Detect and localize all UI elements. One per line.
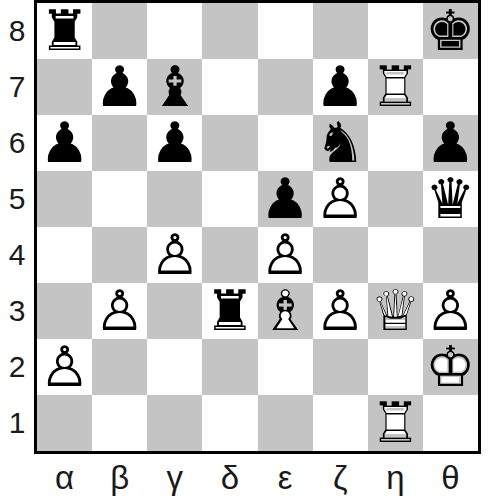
piece-glyph: ♟ bbox=[313, 59, 368, 115]
piece-glyph: ♛ bbox=[423, 171, 478, 227]
rank-label-1: 1 bbox=[0, 395, 34, 451]
piece-fill-layer: ♛ bbox=[368, 283, 423, 339]
chess-board: ♜♚♟♝♟♜♖♟♟♞♟♟♟♙♛♟♙♟♙♟♙♜♝♗♟♙♛♕♟♙♟♙♚♔♜♖ bbox=[34, 0, 481, 454]
square-ζ5[interactable]: ♟♙ bbox=[313, 171, 368, 227]
piece-white-pawn: ♟♙ bbox=[313, 283, 368, 339]
rank-label-3: 3 bbox=[0, 283, 34, 339]
piece-fill-layer: ♜ bbox=[368, 59, 423, 115]
square-ζ1[interactable] bbox=[313, 395, 368, 451]
square-θ8[interactable]: ♚ bbox=[423, 3, 478, 59]
piece-white-pawn: ♟♙ bbox=[258, 227, 313, 283]
piece-glyph: ♝ bbox=[147, 59, 202, 115]
corner-spacer bbox=[0, 454, 34, 501]
square-δ6[interactable] bbox=[202, 115, 257, 171]
rank-label-8: 8 bbox=[0, 3, 34, 59]
file-label-δ: δ bbox=[202, 456, 257, 500]
piece-black-king: ♚ bbox=[423, 3, 478, 59]
piece-black-pawn: ♟ bbox=[423, 115, 478, 171]
square-δ5[interactable] bbox=[202, 171, 257, 227]
square-β7[interactable]: ♟ bbox=[92, 59, 147, 115]
piece-white-pawn: ♟♙ bbox=[92, 283, 147, 339]
square-δ3[interactable]: ♜ bbox=[202, 283, 257, 339]
piece-black-rook: ♜ bbox=[37, 3, 92, 59]
piece-black-pawn: ♟ bbox=[92, 59, 147, 115]
piece-white-pawn: ♟♙ bbox=[423, 283, 478, 339]
piece-white-rook: ♜♖ bbox=[368, 395, 423, 451]
square-γ3[interactable] bbox=[147, 283, 202, 339]
square-θ4[interactable] bbox=[423, 227, 478, 283]
piece-glyph: ♙ bbox=[313, 171, 368, 227]
square-η5[interactable] bbox=[368, 171, 423, 227]
square-ζ2[interactable] bbox=[313, 339, 368, 395]
square-ε6[interactable] bbox=[258, 115, 313, 171]
piece-fill-layer: ♚ bbox=[423, 339, 478, 395]
piece-fill-layer: ♟ bbox=[258, 227, 313, 283]
piece-black-bishop: ♝ bbox=[147, 59, 202, 115]
file-label-ε: ε bbox=[258, 456, 313, 500]
square-β2[interactable] bbox=[92, 339, 147, 395]
piece-black-pawn: ♟ bbox=[37, 115, 92, 171]
square-η2[interactable] bbox=[368, 339, 423, 395]
square-δ4[interactable] bbox=[202, 227, 257, 283]
piece-white-pawn: ♟♙ bbox=[37, 339, 92, 395]
square-α8[interactable]: ♜ bbox=[37, 3, 92, 59]
square-α7[interactable] bbox=[37, 59, 92, 115]
piece-glyph: ♟ bbox=[147, 115, 202, 171]
piece-glyph: ♙ bbox=[37, 339, 92, 395]
square-α5[interactable] bbox=[37, 171, 92, 227]
file-label-ζ: ζ bbox=[313, 456, 368, 500]
piece-glyph: ♗ bbox=[258, 283, 313, 339]
square-β3[interactable]: ♟♙ bbox=[92, 283, 147, 339]
piece-glyph: ♙ bbox=[147, 227, 202, 283]
piece-glyph: ♜ bbox=[37, 3, 92, 59]
piece-black-pawn: ♟ bbox=[147, 115, 202, 171]
file-label-η: η bbox=[368, 456, 423, 500]
square-δ2[interactable] bbox=[202, 339, 257, 395]
square-ζ3[interactable]: ♟♙ bbox=[313, 283, 368, 339]
square-α4[interactable] bbox=[37, 227, 92, 283]
rank-label-5: 5 bbox=[0, 171, 34, 227]
square-γ5[interactable] bbox=[147, 171, 202, 227]
rank-label-2: 2 bbox=[0, 339, 34, 395]
square-ζ4[interactable] bbox=[313, 227, 368, 283]
square-γ6[interactable]: ♟ bbox=[147, 115, 202, 171]
square-γ1[interactable] bbox=[147, 395, 202, 451]
square-γ2[interactable] bbox=[147, 339, 202, 395]
square-δ7[interactable] bbox=[202, 59, 257, 115]
square-α3[interactable] bbox=[37, 283, 92, 339]
piece-white-pawn: ♟♙ bbox=[313, 171, 368, 227]
piece-white-pawn: ♟♙ bbox=[147, 227, 202, 283]
piece-white-king: ♚♔ bbox=[423, 339, 478, 395]
piece-glyph: ♙ bbox=[92, 283, 147, 339]
rank-label-7: 7 bbox=[0, 59, 34, 115]
piece-black-queen: ♛ bbox=[423, 171, 478, 227]
file-labels: αβγδεζηθ bbox=[34, 454, 481, 501]
square-β8[interactable] bbox=[92, 3, 147, 59]
square-δ8[interactable] bbox=[202, 3, 257, 59]
piece-glyph: ♟ bbox=[37, 115, 92, 171]
piece-glyph: ♜ bbox=[202, 283, 257, 339]
piece-glyph: ♔ bbox=[423, 339, 478, 395]
square-ε5[interactable]: ♟ bbox=[258, 171, 313, 227]
file-label-γ: γ bbox=[147, 456, 202, 500]
piece-white-rook: ♜♖ bbox=[368, 59, 423, 115]
rank-labels: 87654321 bbox=[0, 0, 34, 454]
piece-glyph: ♚ bbox=[423, 3, 478, 59]
piece-black-knight: ♞ bbox=[313, 115, 368, 171]
file-label-α: α bbox=[37, 456, 92, 500]
square-η4[interactable] bbox=[368, 227, 423, 283]
square-β4[interactable] bbox=[92, 227, 147, 283]
square-θ6[interactable]: ♟ bbox=[423, 115, 478, 171]
square-θ2[interactable]: ♚♔ bbox=[423, 339, 478, 395]
square-β1[interactable] bbox=[92, 395, 147, 451]
piece-fill-layer: ♟ bbox=[423, 283, 478, 339]
piece-glyph: ♙ bbox=[258, 227, 313, 283]
square-ε3[interactable]: ♝♗ bbox=[258, 283, 313, 339]
square-β5[interactable] bbox=[92, 171, 147, 227]
piece-glyph: ♙ bbox=[313, 283, 368, 339]
piece-glyph: ♕ bbox=[368, 283, 423, 339]
square-η3[interactable]: ♛♕ bbox=[368, 283, 423, 339]
square-θ7[interactable] bbox=[423, 59, 478, 115]
piece-glyph: ♟ bbox=[92, 59, 147, 115]
square-ε7[interactable] bbox=[258, 59, 313, 115]
piece-black-pawn: ♟ bbox=[258, 171, 313, 227]
square-α2[interactable]: ♟♙ bbox=[37, 339, 92, 395]
square-θ3[interactable]: ♟♙ bbox=[423, 283, 478, 339]
chess-diagram: 87654321 ♜♚♟♝♟♜♖♟♟♞♟♟♟♙♛♟♙♟♙♟♙♜♝♗♟♙♛♕♟♙♟… bbox=[0, 0, 500, 501]
square-θ1[interactable] bbox=[423, 395, 478, 451]
file-label-β: β bbox=[92, 456, 147, 500]
piece-glyph: ♖ bbox=[368, 59, 423, 115]
square-ζ8[interactable] bbox=[313, 3, 368, 59]
square-β6[interactable] bbox=[92, 115, 147, 171]
square-η7[interactable]: ♜♖ bbox=[368, 59, 423, 115]
piece-fill-layer: ♟ bbox=[313, 171, 368, 227]
rank-label-4: 4 bbox=[0, 227, 34, 283]
piece-glyph: ♟ bbox=[258, 171, 313, 227]
piece-fill-layer: ♟ bbox=[147, 227, 202, 283]
square-δ1[interactable] bbox=[202, 395, 257, 451]
piece-glyph: ♖ bbox=[368, 395, 423, 451]
square-ε8[interactable] bbox=[258, 3, 313, 59]
piece-fill-layer: ♟ bbox=[92, 283, 147, 339]
piece-black-rook: ♜ bbox=[202, 283, 257, 339]
piece-fill-layer: ♝ bbox=[258, 283, 313, 339]
piece-black-pawn: ♟ bbox=[313, 59, 368, 115]
piece-glyph: ♞ bbox=[313, 115, 368, 171]
piece-fill-layer: ♟ bbox=[37, 339, 92, 395]
piece-glyph: ♟ bbox=[423, 115, 478, 171]
square-η1[interactable]: ♜♖ bbox=[368, 395, 423, 451]
square-ζ6[interactable]: ♞ bbox=[313, 115, 368, 171]
rank-label-6: 6 bbox=[0, 115, 34, 171]
square-η8[interactable] bbox=[368, 3, 423, 59]
piece-glyph: ♙ bbox=[423, 283, 478, 339]
square-γ8[interactable] bbox=[147, 3, 202, 59]
square-α1[interactable] bbox=[37, 395, 92, 451]
square-γ7[interactable]: ♝ bbox=[147, 59, 202, 115]
piece-white-queen: ♛♕ bbox=[368, 283, 423, 339]
square-η6[interactable] bbox=[368, 115, 423, 171]
piece-white-bishop: ♝♗ bbox=[258, 283, 313, 339]
square-ζ7[interactable]: ♟ bbox=[313, 59, 368, 115]
square-ε4[interactable]: ♟♙ bbox=[258, 227, 313, 283]
square-ε2[interactable] bbox=[258, 339, 313, 395]
piece-fill-layer: ♟ bbox=[313, 283, 368, 339]
square-α6[interactable]: ♟ bbox=[37, 115, 92, 171]
file-label-θ: θ bbox=[423, 456, 478, 500]
square-θ5[interactable]: ♛ bbox=[423, 171, 478, 227]
square-γ4[interactable]: ♟♙ bbox=[147, 227, 202, 283]
piece-fill-layer: ♜ bbox=[368, 395, 423, 451]
square-ε1[interactable] bbox=[258, 395, 313, 451]
